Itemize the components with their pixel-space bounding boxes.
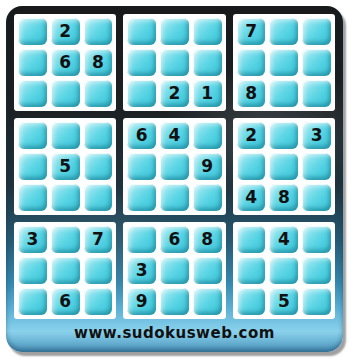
cell-r9c3[interactable] [84,288,113,315]
cell-r6c8[interactable]: 8 [269,184,298,211]
cell-r8c2[interactable] [51,257,80,284]
cell-r2c4[interactable] [127,49,156,76]
cell-r5c1[interactable] [18,153,47,180]
cell-r2c2[interactable]: 6 [51,49,80,76]
cell-r6c6[interactable] [193,184,222,211]
cell-r8c1[interactable] [18,257,47,284]
cell-r2c1[interactable] [18,49,47,76]
cell-r4c7[interactable]: 2 [237,122,266,149]
cell-r1c6[interactable] [193,18,222,45]
box-4: 5 [14,118,116,215]
cell-r4c8[interactable] [269,122,298,149]
cell-r8c7[interactable] [237,257,266,284]
cell-r4c3[interactable] [84,122,113,149]
cell-r5c2[interactable]: 5 [51,153,80,180]
cell-r4c2[interactable] [51,122,80,149]
box-8: 6839 [123,222,225,319]
cell-r1c2[interactable]: 2 [51,18,80,45]
cell-r5c7[interactable] [237,153,266,180]
cell-r5c5[interactable] [160,153,189,180]
cell-r7c9[interactable] [302,226,331,253]
cell-r8c6[interactable] [193,257,222,284]
cell-r1c5[interactable] [160,18,189,45]
cell-r8c3[interactable] [84,257,113,284]
cell-r1c4[interactable] [127,18,156,45]
cell-r6c1[interactable] [18,184,47,211]
cell-r5c8[interactable] [269,153,298,180]
cell-r2c5[interactable] [160,49,189,76]
cell-r4c5[interactable]: 4 [160,122,189,149]
cell-r9c5[interactable] [160,288,189,315]
cell-r4c1[interactable] [18,122,47,149]
cell-r1c1[interactable] [18,18,47,45]
cell-r8c8[interactable] [269,257,298,284]
cell-r5c3[interactable] [84,153,113,180]
cell-r3c5[interactable]: 2 [160,80,189,107]
cell-r4c6[interactable] [193,122,222,149]
cell-r7c2[interactable] [51,226,80,253]
cell-r9c6[interactable] [193,288,222,315]
sudoku-grid: 268217856492348376683945 [14,14,335,319]
cell-r3c8[interactable] [269,80,298,107]
cell-r6c4[interactable] [127,184,156,211]
cell-r7c8[interactable]: 4 [269,226,298,253]
cell-r9c9[interactable] [302,288,331,315]
sudoku-board: 268217856492348376683945 www.sudokusweb.… [6,6,343,352]
cell-r9c4[interactable]: 9 [127,288,156,315]
page: 268217856492348376683945 www.sudokusweb.… [0,0,350,360]
cell-r8c9[interactable] [302,257,331,284]
cell-r5c4[interactable] [127,153,156,180]
box-7: 376 [14,222,116,319]
cell-r8c4[interactable]: 3 [127,257,156,284]
site-url-link[interactable]: www.sudokusweb.com [14,322,335,344]
cell-r7c7[interactable] [237,226,266,253]
cell-r6c7[interactable]: 4 [237,184,266,211]
cell-r3c9[interactable] [302,80,331,107]
cell-r7c1[interactable]: 3 [18,226,47,253]
cell-r9c8[interactable]: 5 [269,288,298,315]
cell-r2c6[interactable] [193,49,222,76]
cell-r1c7[interactable]: 7 [237,18,266,45]
cell-r3c1[interactable] [18,80,47,107]
box-9: 45 [233,222,335,319]
cell-r2c9[interactable] [302,49,331,76]
cell-r3c3[interactable] [84,80,113,107]
cell-r3c6[interactable]: 1 [193,80,222,107]
cell-r6c3[interactable] [84,184,113,211]
cell-r7c3[interactable]: 7 [84,226,113,253]
cell-r3c2[interactable] [51,80,80,107]
box-2: 21 [123,14,225,111]
cell-r6c9[interactable] [302,184,331,211]
cell-r2c7[interactable] [237,49,266,76]
cell-r3c4[interactable] [127,80,156,107]
box-3: 78 [233,14,335,111]
box-1: 268 [14,14,116,111]
cell-r3c7[interactable]: 8 [237,80,266,107]
cell-r9c7[interactable] [237,288,266,315]
cell-r4c4[interactable]: 6 [127,122,156,149]
cell-r7c4[interactable] [127,226,156,253]
cell-r1c9[interactable] [302,18,331,45]
cell-r2c8[interactable] [269,49,298,76]
cell-r2c3[interactable]: 8 [84,49,113,76]
cell-r1c8[interactable] [269,18,298,45]
cell-r6c2[interactable] [51,184,80,211]
cell-r9c2[interactable]: 6 [51,288,80,315]
cell-r5c9[interactable] [302,153,331,180]
box-6: 2348 [233,118,335,215]
box-5: 649 [123,118,225,215]
cell-r5c6[interactable]: 9 [193,153,222,180]
cell-r6c5[interactable] [160,184,189,211]
cell-r7c5[interactable]: 6 [160,226,189,253]
cell-r9c1[interactable] [18,288,47,315]
cell-r7c6[interactable]: 8 [193,226,222,253]
cell-r8c5[interactable] [160,257,189,284]
cell-r4c9[interactable]: 3 [302,122,331,149]
cell-r1c3[interactable] [84,18,113,45]
